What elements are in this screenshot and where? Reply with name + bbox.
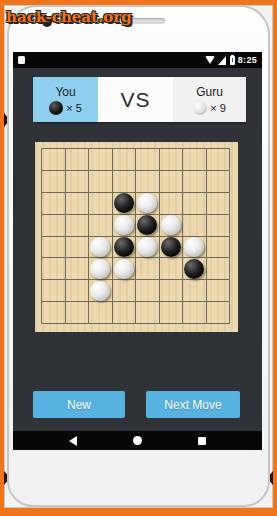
white-stone bbox=[137, 237, 157, 257]
white-stone bbox=[90, 259, 110, 279]
player-guru-count: × 9 bbox=[193, 101, 226, 115]
white-stone bbox=[90, 237, 110, 257]
board-cell[interactable] bbox=[89, 193, 113, 215]
board-cell[interactable] bbox=[42, 237, 66, 259]
board-cell[interactable] bbox=[207, 302, 231, 324]
black-stone bbox=[137, 215, 157, 235]
board-cell[interactable] bbox=[66, 215, 90, 237]
board-cell[interactable] bbox=[207, 149, 231, 171]
black-count-label: × 5 bbox=[66, 102, 82, 114]
home-icon[interactable] bbox=[133, 436, 142, 445]
board-cell[interactable] bbox=[42, 149, 66, 171]
board-cell[interactable] bbox=[136, 193, 160, 215]
board-cell[interactable] bbox=[160, 237, 184, 259]
white-stone bbox=[90, 281, 110, 301]
phone-mockup: 8:25 You × 5 VS Guru bbox=[7, 5, 270, 507]
board-cell[interactable] bbox=[113, 302, 137, 324]
white-stone bbox=[114, 259, 134, 279]
board-cell[interactable] bbox=[183, 149, 207, 171]
notification-icon bbox=[18, 56, 25, 64]
status-bar: 8:25 bbox=[13, 52, 262, 68]
board-cell[interactable] bbox=[113, 280, 137, 302]
board-cell[interactable] bbox=[113, 149, 137, 171]
board-cell[interactable] bbox=[66, 171, 90, 193]
black-stone bbox=[114, 237, 134, 257]
board-cell[interactable] bbox=[160, 258, 184, 280]
white-count-label: × 9 bbox=[210, 102, 226, 114]
white-stone bbox=[161, 215, 181, 235]
board-cell[interactable] bbox=[183, 258, 207, 280]
battery-icon bbox=[230, 56, 235, 65]
board-cell[interactable] bbox=[113, 193, 137, 215]
player-you-panel: You × 5 bbox=[33, 77, 98, 122]
player-you-count: × 5 bbox=[49, 101, 82, 115]
board-cell[interactable] bbox=[66, 149, 90, 171]
board-cell[interactable] bbox=[42, 258, 66, 280]
back-icon[interactable] bbox=[69, 436, 77, 446]
board-cell[interactable] bbox=[160, 215, 184, 237]
board-cell[interactable] bbox=[183, 237, 207, 259]
board-cell[interactable] bbox=[207, 258, 231, 280]
board-cell[interactable] bbox=[136, 258, 160, 280]
board-cell[interactable] bbox=[66, 280, 90, 302]
board-cell[interactable] bbox=[136, 302, 160, 324]
black-stone bbox=[184, 259, 204, 279]
black-stone bbox=[114, 193, 134, 213]
board-cell[interactable] bbox=[66, 193, 90, 215]
board-cell[interactable] bbox=[160, 193, 184, 215]
vs-panel: VS bbox=[98, 77, 173, 122]
vs-label: VS bbox=[120, 88, 150, 112]
new-game-button[interactable]: New bbox=[33, 391, 125, 418]
board-cell[interactable] bbox=[42, 215, 66, 237]
board-cell[interactable] bbox=[113, 215, 137, 237]
white-stone bbox=[114, 215, 134, 235]
board-cell[interactable] bbox=[89, 171, 113, 193]
board-cell[interactable] bbox=[160, 302, 184, 324]
board-cell[interactable] bbox=[136, 171, 160, 193]
board-cell[interactable] bbox=[42, 193, 66, 215]
board-cell[interactable] bbox=[89, 258, 113, 280]
board-cell[interactable] bbox=[113, 171, 137, 193]
board-cell[interactable] bbox=[136, 280, 160, 302]
player-guru-label: Guru bbox=[196, 85, 223, 99]
board-cell[interactable] bbox=[113, 258, 137, 280]
board-cell[interactable] bbox=[113, 237, 137, 259]
board-cell[interactable] bbox=[66, 258, 90, 280]
board-cell[interactable] bbox=[89, 215, 113, 237]
board-cell[interactable] bbox=[89, 302, 113, 324]
status-time: 8:25 bbox=[238, 55, 257, 65]
board-cell[interactable] bbox=[42, 302, 66, 324]
watermark-frame: hack-cheat.org 8:25 You bbox=[0, 0, 277, 516]
android-nav-bar bbox=[13, 431, 262, 450]
board-cell[interactable] bbox=[207, 171, 231, 193]
board-cell[interactable] bbox=[183, 171, 207, 193]
board-cell[interactable] bbox=[160, 280, 184, 302]
board-cell[interactable] bbox=[66, 237, 90, 259]
board-cell[interactable] bbox=[42, 280, 66, 302]
board-cell[interactable] bbox=[183, 193, 207, 215]
recents-icon[interactable] bbox=[198, 437, 206, 445]
board-cell[interactable] bbox=[207, 237, 231, 259]
board-cell[interactable] bbox=[89, 149, 113, 171]
white-stone bbox=[137, 193, 157, 213]
board-cell[interactable] bbox=[183, 280, 207, 302]
white-stone-icon bbox=[193, 101, 207, 115]
board-cell[interactable] bbox=[89, 280, 113, 302]
board-cell[interactable] bbox=[207, 193, 231, 215]
board-grid bbox=[41, 148, 230, 324]
board-cell[interactable] bbox=[160, 171, 184, 193]
board-cell[interactable] bbox=[136, 237, 160, 259]
player-you-label: You bbox=[55, 85, 75, 99]
board-cell[interactable] bbox=[183, 215, 207, 237]
board-cell[interactable] bbox=[136, 149, 160, 171]
gomoku-board bbox=[35, 142, 238, 332]
wifi-icon bbox=[205, 56, 215, 64]
watermark-text: hack-cheat.org bbox=[6, 8, 132, 26]
board-cell[interactable] bbox=[136, 215, 160, 237]
player-guru-panel: Guru × 9 bbox=[173, 77, 246, 122]
board-cell[interactable] bbox=[66, 302, 90, 324]
board-cell[interactable] bbox=[207, 280, 231, 302]
white-stone bbox=[184, 237, 204, 257]
board-cell[interactable] bbox=[42, 171, 66, 193]
game-app: You × 5 VS Guru × 9 bbox=[13, 68, 262, 431]
score-header: You × 5 VS Guru × 9 bbox=[33, 77, 246, 122]
board-cell[interactable] bbox=[207, 215, 231, 237]
next-move-button[interactable]: Next Move bbox=[146, 391, 240, 418]
board-cell[interactable] bbox=[89, 237, 113, 259]
black-stone-icon bbox=[49, 101, 63, 115]
black-stone bbox=[161, 237, 181, 257]
phone-screen: 8:25 You × 5 VS Guru bbox=[13, 52, 262, 450]
board-cell[interactable] bbox=[160, 149, 184, 171]
board-cell[interactable] bbox=[183, 302, 207, 324]
signal-icon bbox=[218, 56, 226, 65]
